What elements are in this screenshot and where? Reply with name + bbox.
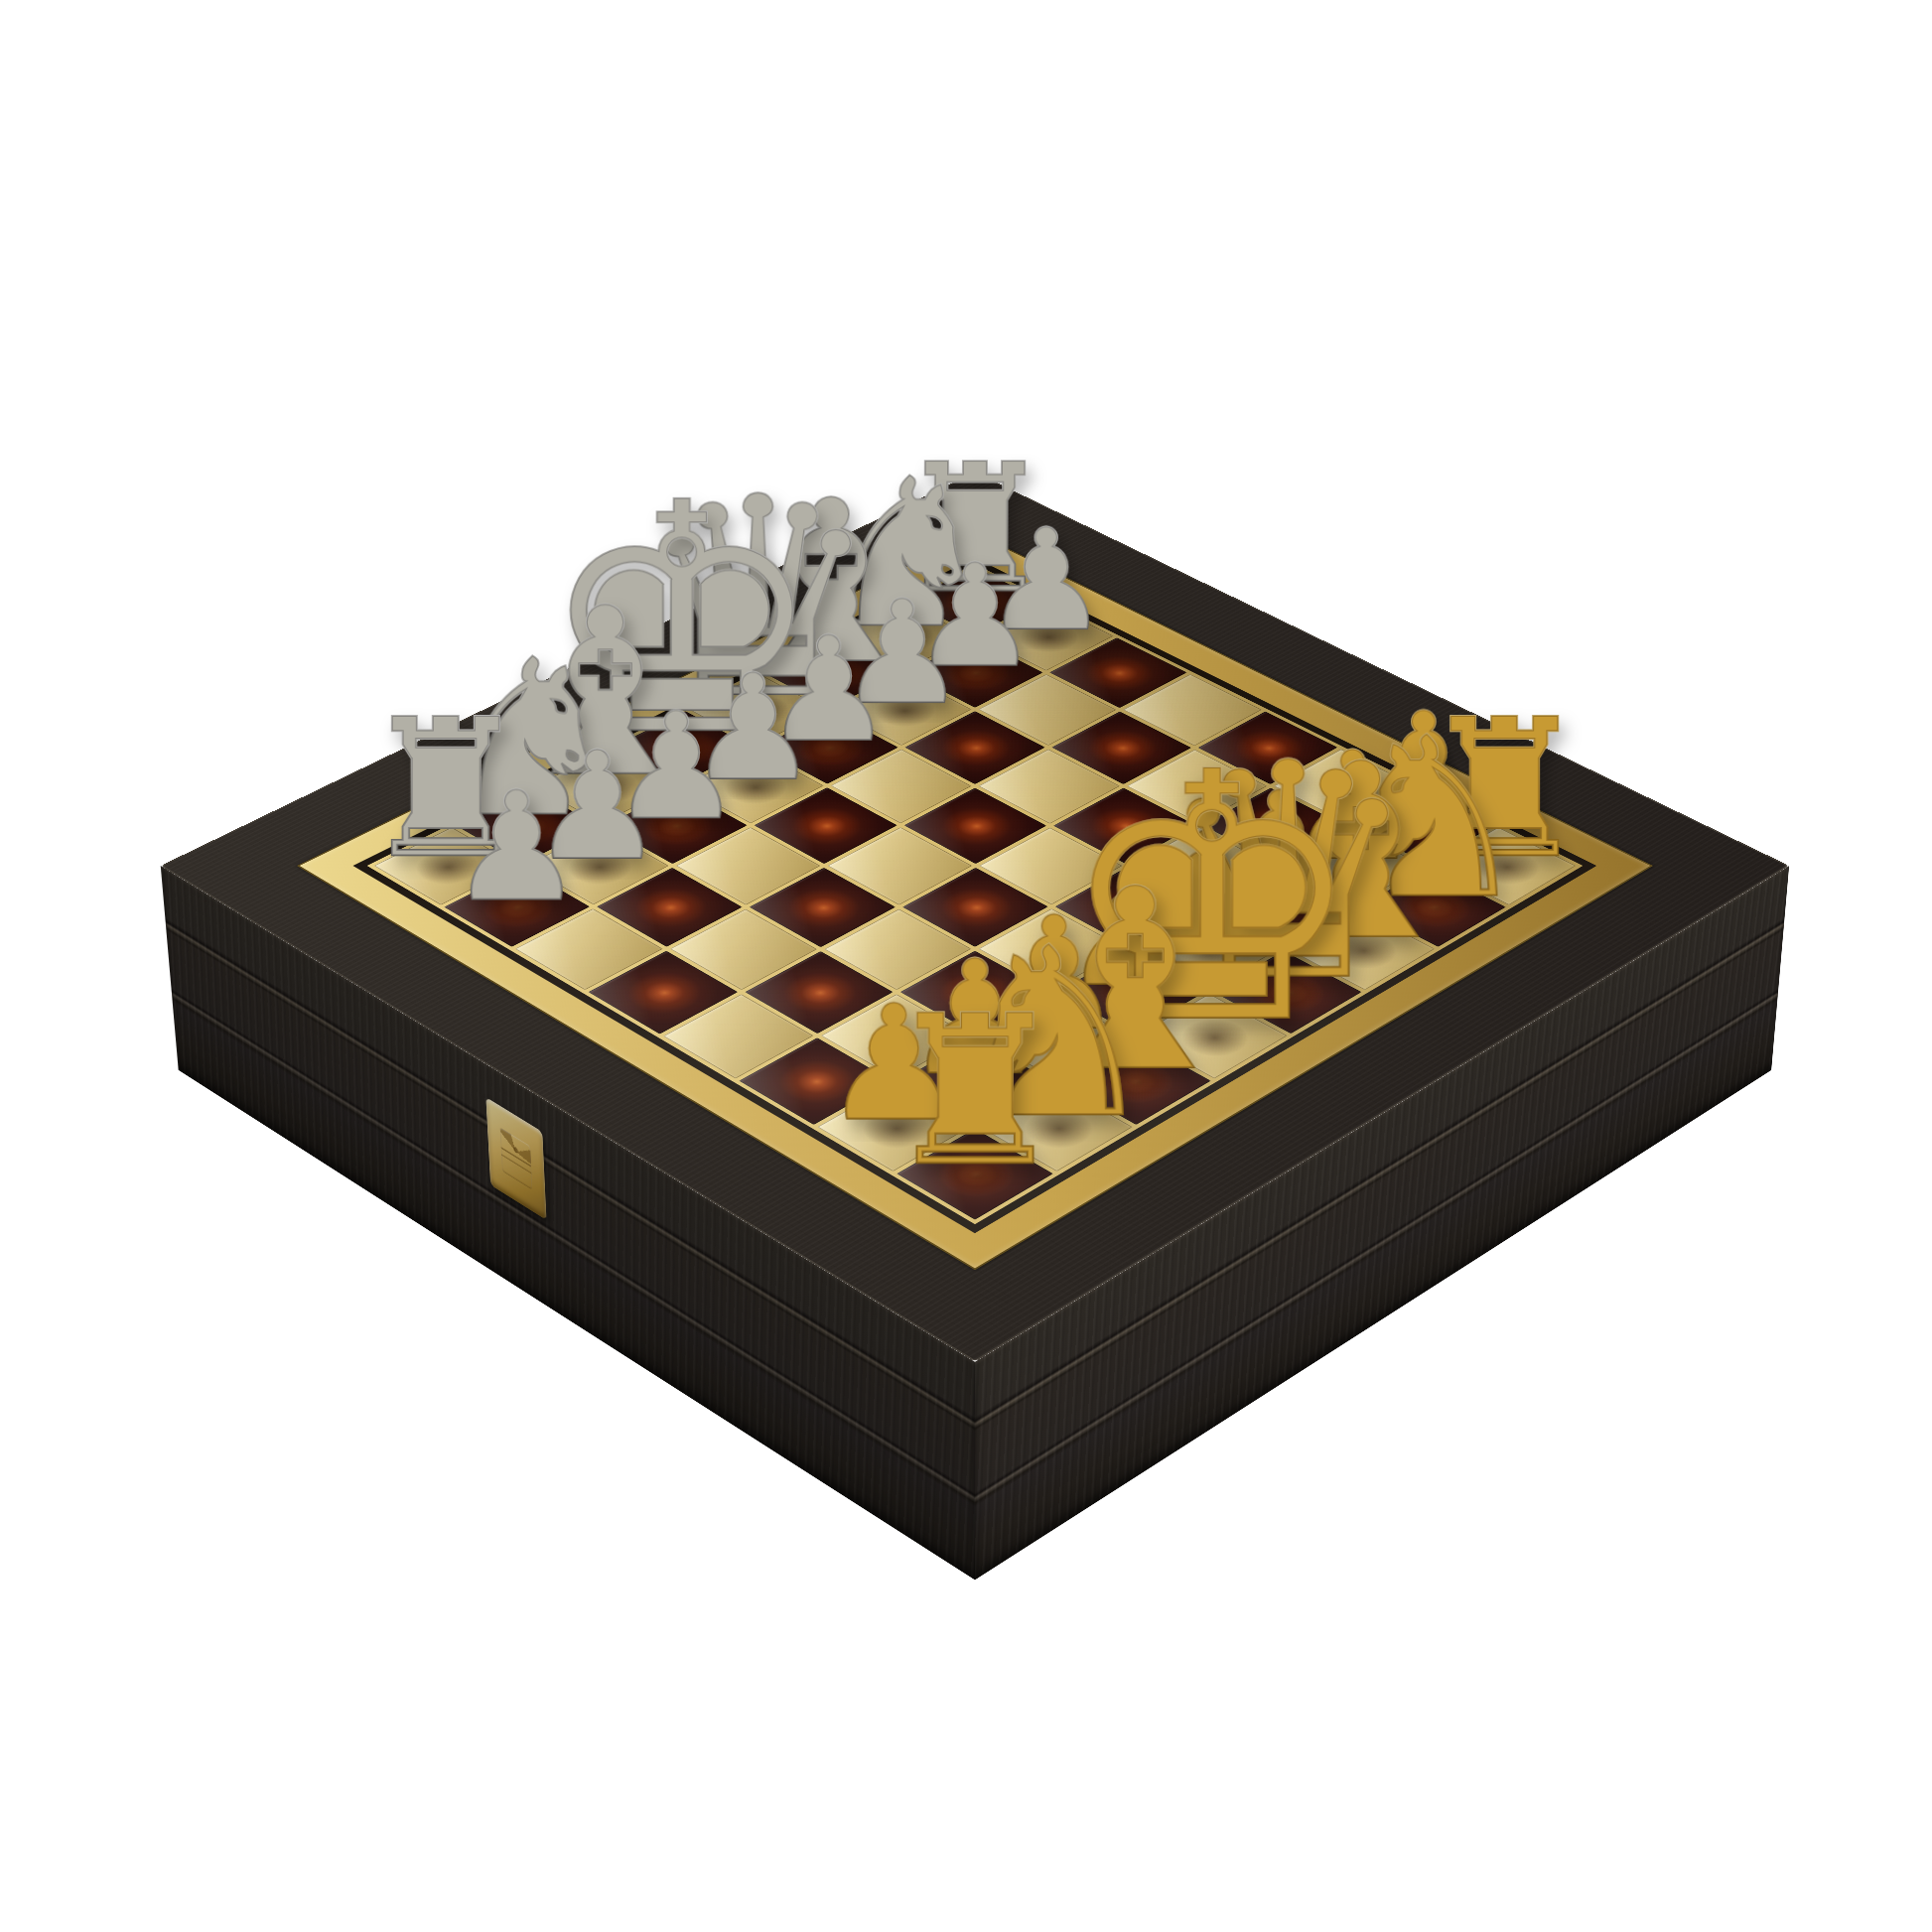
clasp-logo-emblem-icon (500, 1127, 533, 1189)
piece-white-rook-a1[interactable]: ♜ (814, 809, 1136, 1174)
case-lid-top: ♜♞♝♚♛♝♞♜♟♟♟♟♟♟♟♟♟♟♟♟♟♟♟♟♜♞♝♚♛♝♞♜ (161, 473, 1789, 1362)
white-rook-icon: ♜ (883, 989, 1067, 1195)
case-clasp (485, 1097, 546, 1220)
chess-set-photo: ♜♞♝♚♛♝♞♜♟♟♟♟♟♟♟♟♟♟♟♟♟♟♟♟♜♞♝♚♛♝♞♜ (0, 0, 1932, 1932)
piece-black-pawn-a7[interactable]: ♟ (366, 566, 667, 907)
chess-case: ♜♞♝♚♛♝♞♜♟♟♟♟♟♟♟♟♟♟♟♟♟♟♟♟♜♞♝♚♛♝♞♜ (161, 473, 1789, 1362)
black-pawn-icon: ♟ (449, 771, 584, 922)
